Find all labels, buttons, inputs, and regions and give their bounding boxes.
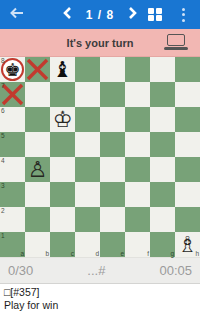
turn-banner-text: It's your turn [67, 37, 134, 49]
square-f4[interactable] [125, 157, 150, 182]
square-f1[interactable]: f [125, 232, 150, 257]
vertical-dots-icon [178, 8, 188, 22]
square-e3[interactable] [100, 182, 125, 207]
square-h3[interactable] [175, 182, 200, 207]
task-indicator: ...# [87, 263, 105, 278]
square-e7[interactable] [100, 82, 125, 107]
square-a1[interactable]: 1a [0, 232, 25, 257]
square-e2[interactable] [100, 207, 125, 232]
square-f6[interactable] [125, 107, 150, 132]
engine-button[interactable] [163, 34, 189, 52]
square-e4[interactable] [100, 157, 125, 182]
file-label-e: e [120, 250, 124, 257]
puzzle-goal: Play for win [4, 299, 196, 312]
square-h4[interactable] [175, 157, 200, 182]
chevron-right-icon [128, 6, 138, 24]
file-label-g: g [170, 250, 174, 257]
square-b4[interactable]: ♙ [25, 157, 50, 182]
rank-label-4: 4 [1, 157, 5, 164]
timer: 00:05 [159, 263, 192, 278]
square-b8[interactable] [25, 57, 50, 82]
square-b1[interactable]: b [25, 232, 50, 257]
next-puzzle-button[interactable] [122, 4, 144, 26]
file-label-f: f [147, 250, 149, 257]
white-king[interactable]: ♔ [50, 107, 75, 132]
square-e6[interactable] [100, 107, 125, 132]
puzzle-list-button[interactable] [144, 4, 166, 26]
rank-label-1: 1 [1, 232, 5, 239]
overflow-menu-button[interactable] [172, 4, 194, 26]
square-g5[interactable] [150, 132, 175, 157]
square-a6[interactable]: 6 [0, 107, 25, 132]
square-a3[interactable]: 3 [0, 182, 25, 207]
square-a5[interactable]: 5 [0, 132, 25, 157]
file-label-a: a [20, 250, 24, 257]
file-label-h: h [195, 250, 199, 257]
square-h6[interactable] [175, 107, 200, 132]
square-c4[interactable] [50, 157, 75, 182]
square-c1[interactable]: c [50, 232, 75, 257]
rank-label-3: 3 [1, 182, 5, 189]
red-x-mark [25, 57, 50, 82]
square-b3[interactable] [25, 182, 50, 207]
square-a8[interactable]: 8♚ [0, 57, 25, 82]
file-label-c: c [71, 250, 74, 257]
square-g1[interactable]: g [150, 232, 175, 257]
back-button[interactable] [6, 4, 28, 26]
square-b5[interactable] [25, 132, 50, 157]
square-b6[interactable] [25, 107, 50, 132]
status-bar: 0/30 ...# 00:05 [0, 257, 200, 284]
progress-counter: 0/30 [8, 263, 33, 278]
chess-trainer-app: 1 / 8 It's your turn [0, 0, 200, 314]
square-g6[interactable] [150, 107, 175, 132]
square-g8[interactable] [150, 57, 175, 82]
square-a2[interactable]: 2 [0, 207, 25, 232]
square-c7[interactable] [50, 82, 75, 107]
square-h5[interactable] [175, 132, 200, 157]
puzzle-id: □[#357] [4, 286, 196, 299]
square-d8[interactable] [75, 57, 100, 82]
rank-label-8: 8 [1, 57, 5, 64]
square-d1[interactable]: d [75, 232, 100, 257]
white-pawn[interactable]: ♙ [25, 157, 50, 182]
square-g7[interactable] [150, 82, 175, 107]
top-toolbar: 1 / 8 [0, 0, 200, 29]
chess-board: 8♚♝76♔54♙321abcdefgh♗ [0, 57, 200, 257]
chevron-left-icon [62, 6, 72, 24]
square-h8[interactable] [175, 57, 200, 82]
square-g4[interactable] [150, 157, 175, 182]
rank-label-7: 7 [1, 82, 5, 89]
square-c2[interactable] [50, 207, 75, 232]
square-f7[interactable] [125, 82, 150, 107]
square-h2[interactable] [175, 207, 200, 232]
square-h7[interactable] [175, 82, 200, 107]
square-d7[interactable] [75, 82, 100, 107]
back-arrow-icon [9, 6, 25, 24]
puzzle-info: □[#357] Play for win [0, 284, 200, 314]
rank-label-5: 5 [1, 132, 5, 139]
prev-puzzle-button[interactable] [56, 4, 78, 26]
black-bishop[interactable]: ♝ [50, 57, 75, 82]
grid-icon [148, 8, 162, 22]
square-a4[interactable]: 4 [0, 157, 25, 182]
square-c5[interactable] [50, 132, 75, 157]
square-g3[interactable] [150, 182, 175, 207]
square-e1[interactable]: e [100, 232, 125, 257]
square-e5[interactable] [100, 132, 125, 157]
square-b7[interactable] [25, 82, 50, 107]
square-f2[interactable] [125, 207, 150, 232]
square-f3[interactable] [125, 182, 150, 207]
square-d5[interactable] [75, 132, 100, 157]
rank-label-6: 6 [1, 107, 5, 114]
square-g2[interactable] [150, 207, 175, 232]
square-f8[interactable] [125, 57, 150, 82]
square-c8[interactable]: ♝ [50, 57, 75, 82]
laptop-icon [163, 34, 189, 50]
square-e8[interactable] [100, 57, 125, 82]
square-h1[interactable]: h♗ [175, 232, 200, 257]
turn-banner: It's your turn [0, 29, 200, 57]
file-label-b: b [45, 250, 49, 257]
square-a7[interactable]: 7 [0, 82, 25, 107]
square-b2[interactable] [25, 207, 50, 232]
square-d3[interactable] [75, 182, 100, 207]
puzzle-counter: 1 / 8 [86, 8, 114, 22]
square-c6[interactable]: ♔ [50, 107, 75, 132]
rank-label-2: 2 [1, 207, 5, 214]
file-label-d: d [95, 250, 99, 257]
square-d2[interactable] [75, 207, 100, 232]
square-f5[interactable] [125, 132, 150, 157]
square-c3[interactable] [50, 182, 75, 207]
square-d4[interactable] [75, 157, 100, 182]
square-d6[interactable] [75, 107, 100, 132]
